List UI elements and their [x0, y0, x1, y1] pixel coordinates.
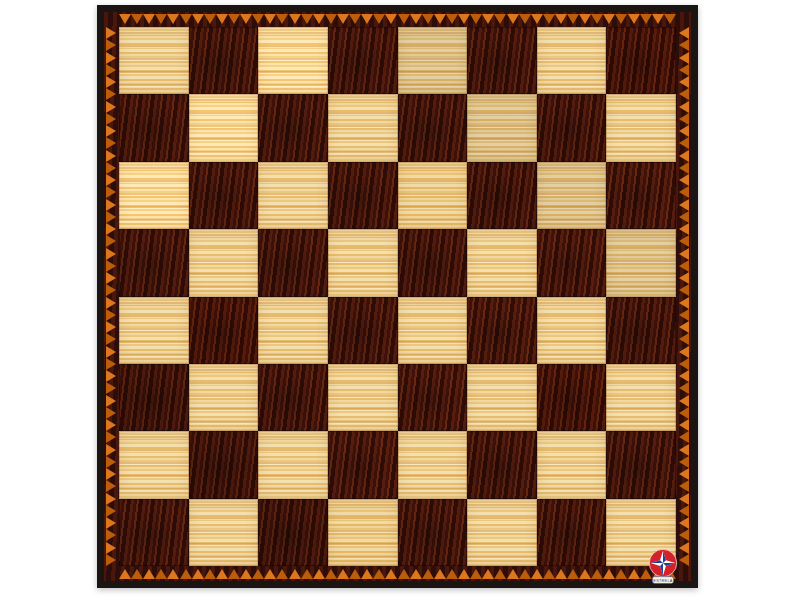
square-a5[interactable] — [119, 229, 189, 296]
triangle-ornament — [507, 569, 519, 579]
triangle-ornament — [155, 569, 167, 579]
triangle-ornament — [106, 529, 116, 541]
triangle-ornament — [204, 569, 216, 579]
triangle-ornament — [361, 569, 373, 579]
triangle-ornament — [373, 569, 385, 579]
square-f8[interactable] — [467, 27, 537, 94]
square-c7[interactable] — [258, 94, 328, 161]
triangle-ornament — [679, 517, 689, 529]
triangle-ornament — [106, 480, 116, 492]
square-c3[interactable] — [258, 364, 328, 431]
square-e4[interactable] — [398, 297, 468, 364]
triangle-ornament — [422, 14, 434, 24]
triangle-ornament — [106, 88, 116, 100]
triangle-ornament — [313, 569, 325, 579]
triangle-ornament — [494, 569, 506, 579]
square-b8[interactable] — [189, 27, 259, 94]
triangle-ornament — [143, 569, 155, 579]
triangle-ornament — [494, 14, 506, 24]
border-triangles-right — [679, 27, 689, 566]
triangle-ornament — [679, 88, 689, 100]
triangle-ornament — [192, 569, 204, 579]
triangle-ornament — [119, 569, 131, 579]
square-c5[interactable] — [258, 229, 328, 296]
square-e2[interactable] — [398, 431, 468, 498]
square-d2[interactable] — [328, 431, 398, 498]
triangle-ornament — [106, 468, 116, 480]
triangle-ornament — [106, 542, 116, 554]
triangle-ornament — [410, 14, 422, 24]
triangle-ornament — [106, 235, 116, 247]
triangle-ornament — [603, 569, 615, 579]
triangle-ornament — [106, 321, 116, 333]
square-b7[interactable] — [189, 94, 259, 161]
triangle-ornament — [458, 14, 470, 24]
square-g5[interactable] — [537, 229, 607, 296]
triangle-ornament — [313, 14, 325, 24]
triangle-ornament — [591, 14, 603, 24]
triangle-ornament — [679, 407, 689, 419]
triangle-ornament — [276, 14, 288, 24]
triangle-ornament — [325, 14, 337, 24]
square-f4[interactable] — [467, 297, 537, 364]
triangle-ornament — [628, 569, 640, 579]
triangle-ornament — [679, 480, 689, 492]
square-a1[interactable] — [119, 499, 189, 566]
triangle-ornament — [482, 569, 494, 579]
triangle-ornament — [679, 321, 689, 333]
triangle-ornament — [679, 554, 689, 566]
square-h3[interactable] — [606, 364, 676, 431]
triangle-ornament — [106, 395, 116, 407]
triangle-ornament — [301, 569, 313, 579]
square-e7[interactable] — [398, 94, 468, 161]
triangle-ornament — [434, 569, 446, 579]
triangle-ornament — [679, 211, 689, 223]
triangle-ornament — [106, 419, 116, 431]
triangle-ornament — [106, 64, 116, 76]
square-g2[interactable] — [537, 431, 607, 498]
triangle-ornament — [204, 14, 216, 24]
triangle-ornament — [106, 137, 116, 149]
triangle-ornament — [679, 235, 689, 247]
square-a4[interactable] — [119, 297, 189, 364]
triangle-ornament — [679, 76, 689, 88]
triangle-ornament — [398, 569, 410, 579]
triangle-ornament — [106, 333, 116, 345]
triangle-ornament — [289, 14, 301, 24]
square-f3[interactable] — [467, 364, 537, 431]
square-b3[interactable] — [189, 364, 259, 431]
triangle-ornament — [679, 113, 689, 125]
triangle-ornament — [679, 431, 689, 443]
square-d4[interactable] — [328, 297, 398, 364]
square-d3[interactable] — [328, 364, 398, 431]
triangle-ornament — [276, 569, 288, 579]
triangle-ornament — [349, 569, 361, 579]
triangle-ornament — [106, 186, 116, 198]
triangle-ornament — [567, 569, 579, 579]
triangle-ornament — [106, 382, 116, 394]
page: ® ESTRELA — [0, 0, 800, 600]
triangle-ornament — [106, 309, 116, 321]
square-a7[interactable] — [119, 94, 189, 161]
square-g1[interactable] — [537, 499, 607, 566]
triangle-ornament — [679, 125, 689, 137]
triangle-ornament — [106, 444, 116, 456]
triangle-ornament — [519, 14, 531, 24]
triangle-ornament — [679, 493, 689, 505]
triangle-ornament — [106, 284, 116, 296]
square-a3[interactable] — [119, 364, 189, 431]
logo-registered-mark: ® — [675, 549, 679, 554]
triangle-ornament — [470, 569, 482, 579]
triangle-ornament — [106, 260, 116, 272]
triangle-ornament — [385, 14, 397, 24]
border-triangles-top — [119, 14, 676, 24]
triangle-ornament — [106, 517, 116, 529]
square-f2[interactable] — [467, 431, 537, 498]
triangle-ornament — [106, 358, 116, 370]
triangle-ornament — [106, 505, 116, 517]
triangle-ornament — [519, 569, 531, 579]
square-e6[interactable] — [398, 162, 468, 229]
triangle-ornament — [240, 14, 252, 24]
triangle-ornament — [106, 101, 116, 113]
triangle-ornament — [373, 14, 385, 24]
square-h8[interactable] — [606, 27, 676, 94]
triangle-ornament — [628, 14, 640, 24]
triangle-ornament — [119, 14, 131, 24]
triangle-ornament — [398, 14, 410, 24]
triangle-ornament — [555, 14, 567, 24]
triangle-ornament — [679, 456, 689, 468]
triangle-ornament — [434, 14, 446, 24]
triangle-ornament — [679, 199, 689, 211]
triangle-ornament — [679, 162, 689, 174]
triangle-ornament — [679, 346, 689, 358]
triangle-ornament — [679, 101, 689, 113]
triangle-ornament — [167, 14, 179, 24]
triangle-ornament — [555, 569, 567, 579]
chessboard — [97, 5, 698, 588]
square-g6[interactable] — [537, 162, 607, 229]
triangle-ornament — [422, 569, 434, 579]
triangle-ornament — [679, 542, 689, 554]
triangle-ornament — [446, 14, 458, 24]
triangle-ornament — [106, 52, 116, 64]
triangle-ornament — [679, 39, 689, 51]
triangle-ornament — [679, 137, 689, 149]
triangle-ornament — [679, 419, 689, 431]
square-g8[interactable] — [537, 27, 607, 94]
logo-banner-text: ESTRELA — [653, 579, 673, 583]
triangle-ornament — [679, 260, 689, 272]
triangle-ornament — [543, 14, 555, 24]
square-h4[interactable] — [606, 297, 676, 364]
triangle-ornament — [143, 14, 155, 24]
square-c4[interactable] — [258, 297, 328, 364]
triangle-ornament — [679, 333, 689, 345]
square-f1[interactable] — [467, 499, 537, 566]
triangle-ornament — [216, 14, 228, 24]
triangle-ornament — [106, 407, 116, 419]
triangle-ornament — [361, 14, 373, 24]
triangle-ornament — [679, 52, 689, 64]
triangle-ornament — [410, 569, 422, 579]
board-frame — [104, 12, 691, 581]
board-grid — [119, 27, 676, 566]
triangle-ornament — [591, 569, 603, 579]
triangle-ornament — [385, 569, 397, 579]
triangle-ornament — [131, 14, 143, 24]
triangle-ornament — [531, 569, 543, 579]
triangle-ornament — [679, 248, 689, 260]
square-g3[interactable] — [537, 364, 607, 431]
square-e3[interactable] — [398, 364, 468, 431]
triangle-ornament — [264, 14, 276, 24]
triangle-ornament — [106, 211, 116, 223]
triangle-ornament — [679, 382, 689, 394]
triangle-ornament — [155, 14, 167, 24]
triangle-ornament — [679, 223, 689, 235]
triangle-ornament — [337, 569, 349, 579]
triangle-ornament — [252, 14, 264, 24]
square-c6[interactable] — [258, 162, 328, 229]
triangle-ornament — [192, 14, 204, 24]
triangle-ornament — [180, 14, 192, 24]
triangle-ornament — [106, 76, 116, 88]
triangle-ornament — [679, 529, 689, 541]
triangle-ornament — [106, 39, 116, 51]
triangle-ornament — [106, 554, 116, 566]
square-d5[interactable] — [328, 229, 398, 296]
square-f6[interactable] — [467, 162, 537, 229]
triangle-ornament — [507, 14, 519, 24]
triangle-ornament — [264, 569, 276, 579]
triangle-ornament — [543, 569, 555, 579]
triangle-ornament — [679, 297, 689, 309]
triangle-ornament — [567, 14, 579, 24]
square-b2[interactable] — [189, 431, 259, 498]
triangle-ornament — [337, 14, 349, 24]
triangle-ornament — [679, 186, 689, 198]
square-d7[interactable] — [328, 94, 398, 161]
triangle-ornament — [106, 174, 116, 186]
triangle-ornament — [679, 505, 689, 517]
square-d6[interactable] — [328, 162, 398, 229]
square-b1[interactable] — [189, 499, 259, 566]
triangle-ornament — [531, 14, 543, 24]
triangle-ornament — [679, 150, 689, 162]
triangle-ornament — [679, 272, 689, 284]
triangle-ornament — [106, 272, 116, 284]
triangle-ornament — [679, 370, 689, 382]
triangle-ornament — [240, 569, 252, 579]
square-g4[interactable] — [537, 297, 607, 364]
triangle-ornament — [106, 223, 116, 235]
square-g7[interactable] — [537, 94, 607, 161]
square-h5[interactable] — [606, 229, 676, 296]
triangle-ornament — [180, 569, 192, 579]
triangle-ornament — [106, 493, 116, 505]
square-a8[interactable] — [119, 27, 189, 94]
triangle-ornament — [679, 358, 689, 370]
triangle-ornament — [216, 569, 228, 579]
square-h2[interactable] — [606, 431, 676, 498]
triangle-ornament — [652, 14, 664, 24]
square-a6[interactable] — [119, 162, 189, 229]
square-e1[interactable] — [398, 499, 468, 566]
triangle-ornament — [679, 309, 689, 321]
triangle-ornament — [482, 14, 494, 24]
triangle-ornament — [301, 14, 313, 24]
triangle-ornament — [458, 569, 470, 579]
square-c1[interactable] — [258, 499, 328, 566]
square-h7[interactable] — [606, 94, 676, 161]
triangle-ornament — [446, 569, 458, 579]
triangle-ornament — [106, 431, 116, 443]
triangle-ornament — [106, 370, 116, 382]
square-d8[interactable] — [328, 27, 398, 94]
square-b4[interactable] — [189, 297, 259, 364]
estrela-logo: ® ESTRELA — [646, 547, 680, 586]
triangle-ornament — [664, 14, 676, 24]
triangle-ornament — [106, 456, 116, 468]
triangle-ornament — [679, 174, 689, 186]
triangle-ornament — [106, 162, 116, 174]
triangle-ornament — [167, 569, 179, 579]
square-f7[interactable] — [467, 94, 537, 161]
triangle-ornament — [579, 14, 591, 24]
square-c8[interactable] — [258, 27, 328, 94]
triangle-ornament — [106, 150, 116, 162]
square-e5[interactable] — [398, 229, 468, 296]
square-e8[interactable] — [398, 27, 468, 94]
triangle-ornament — [679, 64, 689, 76]
square-b6[interactable] — [189, 162, 259, 229]
triangle-ornament — [106, 248, 116, 260]
triangle-ornament — [228, 14, 240, 24]
triangle-ornament — [131, 569, 143, 579]
triangle-ornament — [679, 468, 689, 480]
triangle-ornament — [615, 569, 627, 579]
triangle-ornament — [228, 569, 240, 579]
triangle-ornament — [679, 284, 689, 296]
square-a2[interactable] — [119, 431, 189, 498]
triangle-ornament — [106, 297, 116, 309]
triangle-ornament — [106, 199, 116, 211]
square-b5[interactable] — [189, 229, 259, 296]
triangle-ornament — [679, 444, 689, 456]
square-c2[interactable] — [258, 431, 328, 498]
square-f5[interactable] — [467, 229, 537, 296]
triangle-ornament — [579, 569, 591, 579]
border-triangles-left — [106, 27, 116, 566]
triangle-ornament — [106, 346, 116, 358]
triangle-ornament — [289, 569, 301, 579]
triangle-ornament — [470, 14, 482, 24]
triangle-ornament — [106, 27, 116, 39]
triangle-ornament — [349, 14, 361, 24]
triangle-ornament — [106, 125, 116, 137]
triangle-ornament — [615, 14, 627, 24]
triangle-ornament — [106, 113, 116, 125]
triangle-ornament — [679, 395, 689, 407]
triangle-ornament — [603, 14, 615, 24]
triangle-ornament — [252, 569, 264, 579]
border-triangles-bottom — [119, 569, 676, 579]
triangle-ornament — [679, 27, 689, 39]
square-d1[interactable] — [328, 499, 398, 566]
triangle-ornament — [640, 14, 652, 24]
triangle-ornament — [325, 569, 337, 579]
square-h6[interactable] — [606, 162, 676, 229]
